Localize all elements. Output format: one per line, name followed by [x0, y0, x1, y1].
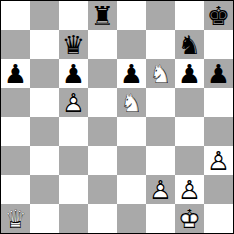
- square-b6[interactable]: [30, 59, 59, 88]
- square-d2[interactable]: [88, 175, 117, 204]
- piece-black-pawn: ♟: [175, 59, 204, 88]
- square-h5[interactable]: [204, 88, 233, 117]
- square-h1[interactable]: [204, 204, 233, 233]
- piece-white-pawn: ♟♙: [175, 175, 204, 204]
- piece-black-king: ♚: [204, 1, 233, 30]
- square-h7[interactable]: [204, 30, 233, 59]
- square-f3[interactable]: [146, 146, 175, 175]
- square-g4[interactable]: [175, 117, 204, 146]
- piece-black-pawn: ♟: [204, 59, 233, 88]
- piece-black-pawn: ♟: [1, 59, 30, 88]
- piece-white-king: ♚♔: [175, 204, 204, 233]
- piece-white-pawn: ♟♙: [146, 175, 175, 204]
- square-g1[interactable]: ♚♔: [175, 204, 204, 233]
- square-f6[interactable]: ♞♘: [146, 59, 175, 88]
- square-e5[interactable]: ♞♘: [117, 88, 146, 117]
- piece-white-knight: ♞♘: [117, 88, 146, 117]
- white-pawn-icon: ♙: [146, 175, 175, 204]
- piece-white-queen: ♛♕: [1, 204, 30, 233]
- black-pawn-icon: ♟: [117, 59, 146, 88]
- square-e7[interactable]: [117, 30, 146, 59]
- square-b3[interactable]: [30, 146, 59, 175]
- square-a2[interactable]: [1, 175, 30, 204]
- white-knight-icon: ♘: [146, 59, 175, 88]
- square-b1[interactable]: [30, 204, 59, 233]
- square-g7[interactable]: ♞: [175, 30, 204, 59]
- square-g2[interactable]: ♟♙: [175, 175, 204, 204]
- black-king-icon: ♚: [204, 1, 233, 30]
- square-a1[interactable]: ♛♕: [1, 204, 30, 233]
- square-a4[interactable]: [1, 117, 30, 146]
- square-c3[interactable]: [59, 146, 88, 175]
- square-b2[interactable]: [30, 175, 59, 204]
- square-d3[interactable]: [88, 146, 117, 175]
- square-e8[interactable]: [117, 1, 146, 30]
- square-b8[interactable]: [30, 1, 59, 30]
- square-g5[interactable]: [175, 88, 204, 117]
- square-h2[interactable]: [204, 175, 233, 204]
- black-pawn-icon: ♟: [1, 59, 30, 88]
- square-e1[interactable]: [117, 204, 146, 233]
- black-knight-icon: ♞: [175, 30, 204, 59]
- square-g3[interactable]: [175, 146, 204, 175]
- black-rook-icon: ♜: [88, 1, 117, 30]
- white-pawn-icon: ♙: [204, 146, 233, 175]
- square-h6[interactable]: ♟: [204, 59, 233, 88]
- square-c2[interactable]: [59, 175, 88, 204]
- piece-black-rook: ♜: [88, 1, 117, 30]
- piece-black-pawn: ♟: [117, 59, 146, 88]
- black-pawn-icon: ♟: [175, 59, 204, 88]
- square-a5[interactable]: [1, 88, 30, 117]
- piece-black-queen: ♛: [59, 30, 88, 59]
- white-pawn-icon: ♙: [59, 88, 88, 117]
- square-h8[interactable]: ♚: [204, 1, 233, 30]
- square-b4[interactable]: [30, 117, 59, 146]
- square-f8[interactable]: [146, 1, 175, 30]
- square-d7[interactable]: [88, 30, 117, 59]
- square-a8[interactable]: [1, 1, 30, 30]
- square-h4[interactable]: [204, 117, 233, 146]
- square-e4[interactable]: [117, 117, 146, 146]
- square-c1[interactable]: [59, 204, 88, 233]
- piece-white-pawn: ♟♙: [59, 88, 88, 117]
- square-e6[interactable]: ♟: [117, 59, 146, 88]
- square-a6[interactable]: ♟: [1, 59, 30, 88]
- square-e3[interactable]: [117, 146, 146, 175]
- square-b5[interactable]: [30, 88, 59, 117]
- square-c6[interactable]: ♟: [59, 59, 88, 88]
- square-c8[interactable]: [59, 1, 88, 30]
- piece-white-knight: ♞♘: [146, 59, 175, 88]
- white-king-icon: ♔: [175, 204, 204, 233]
- black-pawn-icon: ♟: [59, 59, 88, 88]
- black-pawn-icon: ♟: [204, 59, 233, 88]
- square-d1[interactable]: [88, 204, 117, 233]
- piece-black-pawn: ♟: [59, 59, 88, 88]
- piece-black-knight: ♞: [175, 30, 204, 59]
- square-c4[interactable]: [59, 117, 88, 146]
- piece-white-pawn: ♟♙: [204, 146, 233, 175]
- black-queen-icon: ♛: [59, 30, 88, 59]
- square-h3[interactable]: ♟♙: [204, 146, 233, 175]
- square-f1[interactable]: [146, 204, 175, 233]
- square-b7[interactable]: [30, 30, 59, 59]
- square-d4[interactable]: [88, 117, 117, 146]
- square-f7[interactable]: [146, 30, 175, 59]
- square-c5[interactable]: ♟♙: [59, 88, 88, 117]
- square-c7[interactable]: ♛: [59, 30, 88, 59]
- square-a3[interactable]: [1, 146, 30, 175]
- square-f4[interactable]: [146, 117, 175, 146]
- square-f5[interactable]: [146, 88, 175, 117]
- white-pawn-icon: ♙: [175, 175, 204, 204]
- square-a7[interactable]: [1, 30, 30, 59]
- square-d6[interactable]: [88, 59, 117, 88]
- square-d8[interactable]: ♜: [88, 1, 117, 30]
- square-f2[interactable]: ♟♙: [146, 175, 175, 204]
- white-knight-icon: ♘: [117, 88, 146, 117]
- square-e2[interactable]: [117, 175, 146, 204]
- white-queen-icon: ♕: [1, 204, 30, 233]
- square-g8[interactable]: [175, 1, 204, 30]
- chess-board: ♜♚♛♞♟♟♟♞♘♟♟♟♙♞♘♟♙♟♙♟♙♛♕♚♔: [0, 0, 234, 234]
- chess-board-wrapper: ♜♚♛♞♟♟♟♞♘♟♟♟♙♞♘♟♙♟♙♟♙♛♕♚♔: [0, 0, 234, 234]
- square-g6[interactable]: ♟: [175, 59, 204, 88]
- square-d5[interactable]: [88, 88, 117, 117]
